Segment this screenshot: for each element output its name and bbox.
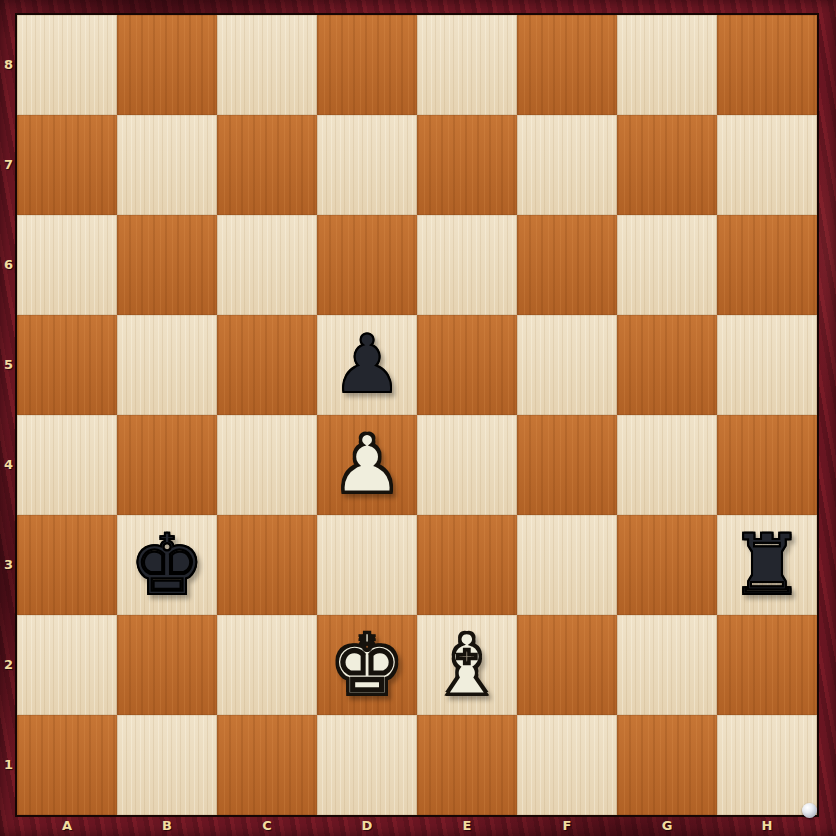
square-g2[interactable] [617, 615, 717, 715]
square-a3[interactable] [17, 515, 117, 615]
square-h8[interactable] [717, 15, 817, 115]
square-e8[interactable] [417, 15, 517, 115]
file-label-d: D [317, 815, 417, 836]
white-bishop[interactable]: ♝ [429, 615, 504, 715]
square-b7[interactable] [117, 115, 217, 215]
square-c2[interactable] [217, 615, 317, 715]
square-c3[interactable] [217, 515, 317, 615]
square-d2[interactable]: ♚ [317, 615, 417, 715]
square-g8[interactable] [617, 15, 717, 115]
square-e2[interactable]: ♝ [417, 615, 517, 715]
square-a7[interactable] [17, 115, 117, 215]
square-b4[interactable] [117, 415, 217, 515]
side-to-move-indicator [802, 803, 817, 818]
square-e4[interactable] [417, 415, 517, 515]
square-b5[interactable] [117, 315, 217, 415]
file-label-h: H [717, 815, 817, 836]
square-e5[interactable] [417, 315, 517, 415]
rank-label-3: 3 [0, 515, 17, 615]
square-a1[interactable] [17, 715, 117, 815]
chess-board: ♟♟♚♜♚♝ [17, 15, 817, 815]
square-d7[interactable] [317, 115, 417, 215]
square-e7[interactable] [417, 115, 517, 215]
file-label-c: C [217, 815, 317, 836]
square-a8[interactable] [17, 15, 117, 115]
square-a4[interactable] [17, 415, 117, 515]
square-d1[interactable] [317, 715, 417, 815]
file-label-a: A [17, 815, 117, 836]
white-pawn[interactable]: ♟ [331, 415, 403, 515]
square-b8[interactable] [117, 15, 217, 115]
square-g6[interactable] [617, 215, 717, 315]
square-f4[interactable] [517, 415, 617, 515]
square-h4[interactable] [717, 415, 817, 515]
square-h3[interactable]: ♜ [717, 515, 817, 615]
square-g7[interactable] [617, 115, 717, 215]
rank-label-4: 4 [0, 415, 17, 515]
square-c6[interactable] [217, 215, 317, 315]
rank-label-7: 7 [0, 115, 17, 215]
rank-label-2: 2 [0, 615, 17, 715]
file-label-b: B [117, 815, 217, 836]
square-h5[interactable] [717, 315, 817, 415]
square-e1[interactable] [417, 715, 517, 815]
square-d3[interactable] [317, 515, 417, 615]
square-d5[interactable]: ♟ [317, 315, 417, 415]
square-g1[interactable] [617, 715, 717, 815]
square-b1[interactable] [117, 715, 217, 815]
square-f8[interactable] [517, 15, 617, 115]
square-c7[interactable] [217, 115, 317, 215]
rank-label-5: 5 [0, 315, 17, 415]
file-label-e: E [417, 815, 517, 836]
square-e3[interactable] [417, 515, 517, 615]
square-c1[interactable] [217, 715, 317, 815]
square-c4[interactable] [217, 415, 317, 515]
square-h2[interactable] [717, 615, 817, 715]
square-d4[interactable]: ♟ [317, 415, 417, 515]
file-label-f: F [517, 815, 617, 836]
chess-board-frame: ♟♟♚♜♚♝ 87654321ABCDEFGH [0, 0, 836, 836]
square-h7[interactable] [717, 115, 817, 215]
square-f2[interactable] [517, 615, 617, 715]
square-g5[interactable] [617, 315, 717, 415]
black-king[interactable]: ♚ [129, 515, 204, 615]
file-label-g: G [617, 815, 717, 836]
square-b3[interactable]: ♚ [117, 515, 217, 615]
black-pawn[interactable]: ♟ [331, 315, 403, 415]
square-f5[interactable] [517, 315, 617, 415]
rank-label-8: 8 [0, 15, 17, 115]
square-c8[interactable] [217, 15, 317, 115]
square-g3[interactable] [617, 515, 717, 615]
square-f1[interactable] [517, 715, 617, 815]
square-d8[interactable] [317, 15, 417, 115]
square-c5[interactable] [217, 315, 317, 415]
square-b2[interactable] [117, 615, 217, 715]
black-rook[interactable]: ♜ [729, 515, 804, 615]
square-d6[interactable] [317, 215, 417, 315]
square-h1[interactable] [717, 715, 817, 815]
white-king[interactable]: ♚ [329, 615, 404, 715]
square-a5[interactable] [17, 315, 117, 415]
square-e6[interactable] [417, 215, 517, 315]
square-f7[interactable] [517, 115, 617, 215]
square-b6[interactable] [117, 215, 217, 315]
square-a2[interactable] [17, 615, 117, 715]
square-f6[interactable] [517, 215, 617, 315]
square-g4[interactable] [617, 415, 717, 515]
square-h6[interactable] [717, 215, 817, 315]
rank-label-1: 1 [0, 715, 17, 815]
square-a6[interactable] [17, 215, 117, 315]
rank-label-6: 6 [0, 215, 17, 315]
square-f3[interactable] [517, 515, 617, 615]
